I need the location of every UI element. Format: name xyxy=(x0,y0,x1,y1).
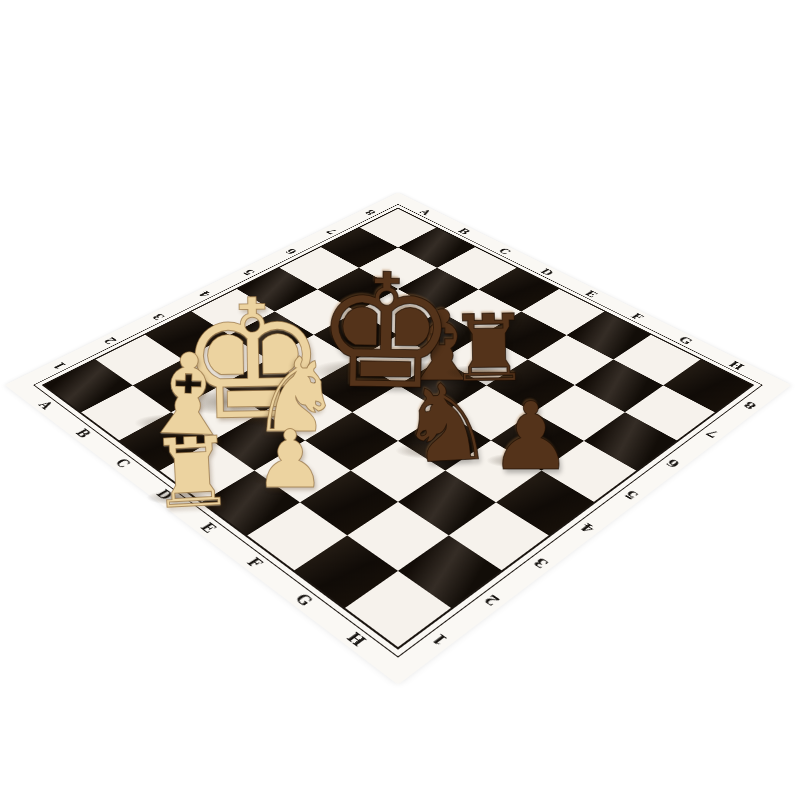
piece-white-pawn-e2[interactable]: ♟ xyxy=(254,420,326,500)
piece-black-pawn-g5[interactable]: ♟ xyxy=(489,390,573,484)
piece-black-knight-f4[interactable]: ♞ xyxy=(395,368,496,480)
piece-white-rook-d1[interactable]: ♜ xyxy=(147,424,237,523)
board-photo: ABCDEFGH ABCDEFGH 87654321 87654321 ♝♜♚♚… xyxy=(0,0,800,800)
